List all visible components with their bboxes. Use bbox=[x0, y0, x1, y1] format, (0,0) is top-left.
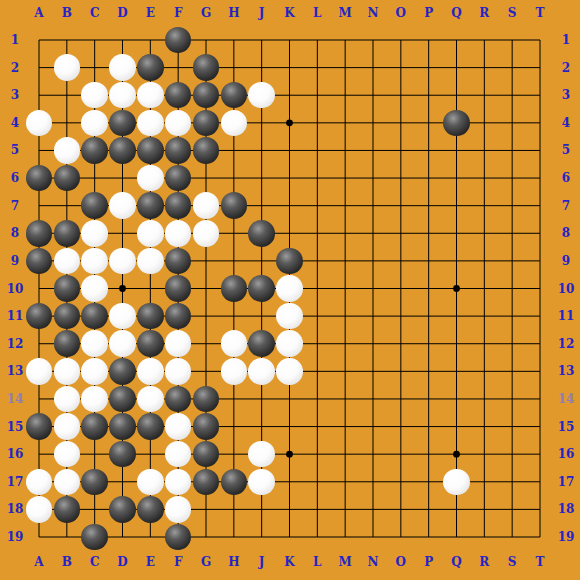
black-stone-F5 bbox=[165, 137, 192, 164]
white-stone-A4 bbox=[26, 110, 53, 137]
black-stone-D15 bbox=[109, 413, 136, 440]
white-stone-C12 bbox=[81, 330, 108, 357]
white-stone-H4 bbox=[221, 110, 248, 137]
black-stone-H3 bbox=[221, 82, 248, 109]
white-stone-K10 bbox=[276, 275, 303, 302]
white-stone-D3 bbox=[109, 82, 136, 109]
black-stone-K9 bbox=[276, 248, 303, 275]
black-stone-J10 bbox=[248, 275, 275, 302]
white-stone-E8 bbox=[137, 220, 164, 247]
white-stone-K11 bbox=[276, 303, 303, 330]
white-stone-E4 bbox=[137, 110, 164, 137]
black-stone-E18 bbox=[137, 496, 164, 523]
white-stone-C8 bbox=[81, 220, 108, 247]
white-stone-D7 bbox=[109, 192, 136, 219]
black-stone-G14 bbox=[193, 386, 220, 413]
white-stone-J17 bbox=[248, 469, 275, 496]
black-stone-B10 bbox=[54, 275, 81, 302]
white-stone-F13 bbox=[165, 358, 192, 385]
white-stone-F16 bbox=[165, 441, 192, 468]
black-stone-E15 bbox=[137, 413, 164, 440]
black-stone-G2 bbox=[193, 54, 220, 81]
white-stone-J3 bbox=[248, 82, 275, 109]
white-stone-C14 bbox=[81, 386, 108, 413]
black-stone-H17 bbox=[221, 469, 248, 496]
black-stone-D4 bbox=[109, 110, 136, 137]
white-stone-G8 bbox=[193, 220, 220, 247]
black-stone-E7 bbox=[137, 192, 164, 219]
black-stone-G3 bbox=[193, 82, 220, 109]
black-stone-D14 bbox=[109, 386, 136, 413]
black-stone-F19 bbox=[165, 524, 192, 551]
white-stone-K13 bbox=[276, 358, 303, 385]
white-stone-E13 bbox=[137, 358, 164, 385]
black-stone-F10 bbox=[165, 275, 192, 302]
black-stone-C19 bbox=[81, 524, 108, 551]
black-stone-B12 bbox=[54, 330, 81, 357]
black-stone-G16 bbox=[193, 441, 220, 468]
black-stone-E11 bbox=[137, 303, 164, 330]
black-stone-A8 bbox=[26, 220, 53, 247]
white-stone-C9 bbox=[81, 248, 108, 275]
white-stone-E3 bbox=[137, 82, 164, 109]
white-stone-D12 bbox=[109, 330, 136, 357]
white-stone-B14 bbox=[54, 386, 81, 413]
white-stone-F8 bbox=[165, 220, 192, 247]
black-stone-G4 bbox=[193, 110, 220, 137]
white-stone-B5 bbox=[54, 137, 81, 164]
black-stone-B18 bbox=[54, 496, 81, 523]
white-stone-J13 bbox=[248, 358, 275, 385]
white-stone-F12 bbox=[165, 330, 192, 357]
black-stone-D13 bbox=[109, 358, 136, 385]
white-stone-E6 bbox=[137, 165, 164, 192]
white-stone-B13 bbox=[54, 358, 81, 385]
black-stone-B8 bbox=[54, 220, 81, 247]
white-stone-Q17 bbox=[443, 469, 470, 496]
black-stone-D16 bbox=[109, 441, 136, 468]
black-stone-H10 bbox=[221, 275, 248, 302]
black-stone-G17 bbox=[193, 469, 220, 496]
black-stone-A6 bbox=[26, 165, 53, 192]
white-stone-F15 bbox=[165, 413, 192, 440]
white-stone-F4 bbox=[165, 110, 192, 137]
black-stone-C11 bbox=[81, 303, 108, 330]
white-stone-E9 bbox=[137, 248, 164, 275]
black-stone-Q4 bbox=[443, 110, 470, 137]
white-stone-A18 bbox=[26, 496, 53, 523]
white-stone-F18 bbox=[165, 496, 192, 523]
black-stone-A9 bbox=[26, 248, 53, 275]
black-stone-C15 bbox=[81, 413, 108, 440]
white-stone-E14 bbox=[137, 386, 164, 413]
white-stone-D9 bbox=[109, 248, 136, 275]
white-stone-A13 bbox=[26, 358, 53, 385]
black-stone-E12 bbox=[137, 330, 164, 357]
white-stone-B2 bbox=[54, 54, 81, 81]
white-stone-J16 bbox=[248, 441, 275, 468]
white-stone-F17 bbox=[165, 469, 192, 496]
white-stone-D11 bbox=[109, 303, 136, 330]
black-stone-E5 bbox=[137, 137, 164, 164]
white-stone-B9 bbox=[54, 248, 81, 275]
white-stone-C4 bbox=[81, 110, 108, 137]
white-stone-B17 bbox=[54, 469, 81, 496]
white-stone-B15 bbox=[54, 413, 81, 440]
black-stone-D5 bbox=[109, 137, 136, 164]
black-stone-D18 bbox=[109, 496, 136, 523]
black-stone-G15 bbox=[193, 413, 220, 440]
white-stone-H12 bbox=[221, 330, 248, 357]
white-stone-C10 bbox=[81, 275, 108, 302]
white-stone-C13 bbox=[81, 358, 108, 385]
black-stone-J12 bbox=[248, 330, 275, 357]
black-stone-F9 bbox=[165, 248, 192, 275]
black-stone-F11 bbox=[165, 303, 192, 330]
white-stone-A17 bbox=[26, 469, 53, 496]
black-stone-G5 bbox=[193, 137, 220, 164]
white-stone-B16 bbox=[54, 441, 81, 468]
goban[interactable]: AABBCCDDEEFFGGHHJJKKLLMMNNOOPPQQRRSSTT11… bbox=[0, 0, 580, 580]
black-stone-C17 bbox=[81, 469, 108, 496]
black-stone-F3 bbox=[165, 82, 192, 109]
black-stone-F7 bbox=[165, 192, 192, 219]
black-stone-F1 bbox=[165, 27, 192, 54]
black-stone-E2 bbox=[137, 54, 164, 81]
black-stone-A15 bbox=[26, 413, 53, 440]
black-stone-H7 bbox=[221, 192, 248, 219]
black-stone-F6 bbox=[165, 165, 192, 192]
black-stone-A11 bbox=[26, 303, 53, 330]
black-stone-C7 bbox=[81, 192, 108, 219]
white-stone-K12 bbox=[276, 330, 303, 357]
white-stone-E17 bbox=[137, 469, 164, 496]
white-stone-D2 bbox=[109, 54, 136, 81]
white-stone-G7 bbox=[193, 192, 220, 219]
black-stone-B6 bbox=[54, 165, 81, 192]
black-stone-C5 bbox=[81, 137, 108, 164]
black-stone-F14 bbox=[165, 386, 192, 413]
black-stone-B11 bbox=[54, 303, 81, 330]
stones-layer bbox=[0, 0, 580, 580]
white-stone-C3 bbox=[81, 82, 108, 109]
white-stone-H13 bbox=[221, 358, 248, 385]
black-stone-J8 bbox=[248, 220, 275, 247]
